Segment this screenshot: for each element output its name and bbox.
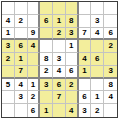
cell-r2c4[interactable]: 6	[40, 15, 53, 28]
cell-r8c1[interactable]	[2, 91, 15, 104]
cell-r9c1[interactable]	[2, 104, 15, 117]
cell-r5c7[interactable]: 4	[79, 53, 92, 66]
cell-r1c3[interactable]	[28, 2, 41, 15]
cell-r6c2[interactable]: 7	[15, 66, 28, 79]
cell-r8c5[interactable]: 7	[53, 91, 66, 104]
cell-r2c1[interactable]: 4	[2, 15, 15, 28]
cell-r7c2[interactable]: 4	[15, 79, 28, 92]
cell-r8c3[interactable]: 2	[28, 91, 41, 104]
cell-r4c2[interactable]: 6	[15, 40, 28, 53]
cell-r5c9[interactable]	[104, 53, 117, 66]
cell-r6c3[interactable]	[28, 66, 41, 79]
cell-r6c1[interactable]	[2, 66, 15, 79]
cell-r8c4[interactable]	[40, 91, 53, 104]
cell-r3c3[interactable]: 9	[28, 28, 41, 41]
cell-r4c7[interactable]	[79, 40, 92, 53]
cell-r9c6[interactable]: 4	[66, 104, 79, 117]
cell-r5c5[interactable]: 3	[53, 53, 66, 66]
cell-r3c1[interactable]: 1	[2, 28, 15, 41]
cell-r2c5[interactable]: 1	[53, 15, 66, 28]
cell-r7c8[interactable]	[91, 79, 104, 92]
cell-r2c2[interactable]: 2	[15, 15, 28, 28]
cell-r7c6[interactable]: 2	[66, 79, 79, 92]
cell-r8c8[interactable]: 1	[91, 91, 104, 104]
cell-r6c6[interactable]: 6	[66, 66, 79, 79]
cell-r4c9[interactable]: 2	[104, 40, 117, 53]
cell-r2c8[interactable]: 3	[91, 15, 104, 28]
cell-r5c3[interactable]	[28, 53, 41, 66]
cell-r4c3[interactable]: 4	[28, 40, 41, 53]
cell-r1c9[interactable]	[104, 2, 117, 15]
cell-r1c5[interactable]	[53, 2, 66, 15]
cell-r8c9[interactable]: 4	[104, 91, 117, 104]
cell-r5c4[interactable]: 8	[40, 53, 53, 66]
cell-r2c9[interactable]	[104, 15, 117, 28]
cell-r7c7[interactable]	[79, 79, 92, 92]
cell-r6c9[interactable]: 3	[104, 66, 117, 79]
cell-r5c2[interactable]: 1	[15, 53, 28, 66]
cell-r4c6[interactable]: 1	[66, 40, 79, 53]
cell-r1c4[interactable]	[40, 2, 53, 15]
cell-r3c4[interactable]	[40, 28, 53, 41]
cell-r7c5[interactable]: 6	[53, 79, 66, 92]
cell-r5c1[interactable]: 2	[2, 53, 15, 66]
cell-r4c1[interactable]: 3	[2, 40, 15, 53]
cell-r5c6[interactable]	[66, 53, 79, 66]
cell-r2c7[interactable]	[79, 15, 92, 28]
cell-r4c5[interactable]	[53, 40, 66, 53]
cell-r6c8[interactable]	[91, 66, 104, 79]
cell-r7c9[interactable]: 8	[104, 79, 117, 92]
cell-r1c6[interactable]	[66, 2, 79, 15]
cell-r7c3[interactable]: 1	[28, 79, 41, 92]
cell-r9c9[interactable]	[104, 104, 117, 117]
cell-r3c8[interactable]: 4	[91, 28, 104, 41]
cell-r3c7[interactable]: 7	[79, 28, 92, 41]
cell-r5c8[interactable]: 6	[91, 53, 104, 66]
cell-r9c7[interactable]: 3	[79, 104, 92, 117]
cell-r1c1[interactable]	[2, 2, 15, 15]
cell-r9c5[interactable]	[53, 104, 66, 117]
cell-r4c4[interactable]	[40, 40, 53, 53]
cell-r6c4[interactable]: 2	[40, 66, 53, 79]
cell-r1c2[interactable]	[15, 2, 28, 15]
cell-r1c7[interactable]	[79, 2, 92, 15]
cell-r7c1[interactable]: 5	[2, 79, 15, 92]
cell-r9c8[interactable]: 2	[91, 104, 104, 117]
cell-r9c4[interactable]: 1	[40, 104, 53, 117]
sudoku-board: 4261831923746364122183467246135413628327…	[1, 1, 118, 118]
cell-r8c6[interactable]	[66, 91, 79, 104]
cell-r9c2[interactable]	[15, 104, 28, 117]
cell-r3c6[interactable]: 3	[66, 28, 79, 41]
cell-r3c5[interactable]: 2	[53, 28, 66, 41]
cell-r3c2[interactable]	[15, 28, 28, 41]
cell-r6c7[interactable]: 1	[79, 66, 92, 79]
cell-r4c8[interactable]	[91, 40, 104, 53]
cell-r3c9[interactable]: 6	[104, 28, 117, 41]
cell-r8c2[interactable]: 3	[15, 91, 28, 104]
cell-r8c7[interactable]: 6	[79, 91, 92, 104]
cell-r2c3[interactable]	[28, 15, 41, 28]
cell-r7c4[interactable]: 3	[40, 79, 53, 92]
cell-r1c8[interactable]	[91, 2, 104, 15]
cell-r6c5[interactable]: 4	[53, 66, 66, 79]
cell-r9c3[interactable]: 6	[28, 104, 41, 117]
cell-r2c6[interactable]: 8	[66, 15, 79, 28]
